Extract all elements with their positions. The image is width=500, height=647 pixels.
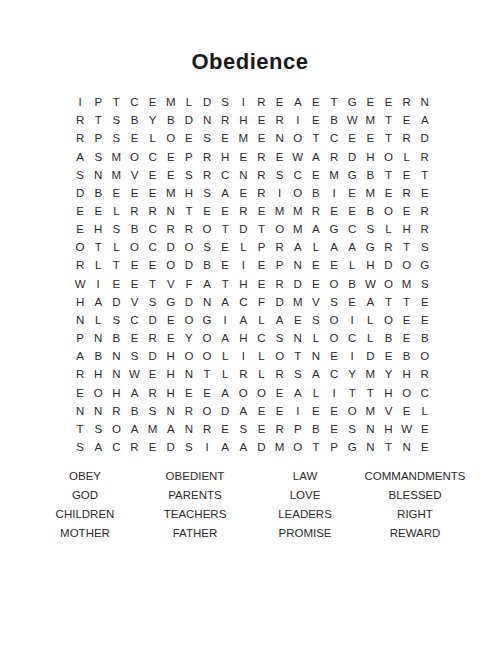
grid-cell-r18c11: E [252,402,270,420]
grid-cell-r7c4: R [125,202,143,220]
grid-cell-r20c13: O [289,438,307,456]
grid-cell-r6c13: O [289,184,307,202]
grid-cell-r7c3: L [107,202,125,220]
grid-cell-r19c4: A [125,420,143,438]
grid-cell-r9c20: S [416,238,434,256]
grid-cell-r15c6: H [162,347,180,365]
grid-cell-r6c12: I [271,184,289,202]
grid-cell-r20c18: T [379,438,397,456]
grid-cell-r7c10: R [234,202,252,220]
grid-cell-r11c5: T [144,275,162,293]
grid-cell-r17c6: H [162,384,180,402]
grid-cell-r1c9: S [216,93,234,111]
grid-cell-r8c8: O [198,220,216,238]
grid-cell-r12c15: S [325,293,343,311]
grid-cell-r6c17: M [361,184,379,202]
grid-cell-r3c4: E [125,129,143,147]
grid-cell-r15c3: N [107,347,125,365]
grid-cell-r3c3: S [107,129,125,147]
grid-cell-r18c12: E [271,402,289,420]
grid-cell-r13c10: A [234,311,252,329]
grid-cell-r11c17: W [361,275,379,293]
word-list-item-leaders: LEADERS [250,504,360,523]
grid-cell-r9c18: R [379,238,397,256]
grid-cell-r4c17: H [361,147,379,165]
grid-cell-r1c1: I [71,93,89,111]
grid-cell-r14c17: L [361,329,379,347]
grid-cell-r7c7: T [180,202,198,220]
grid-cell-r3c17: E [361,129,379,147]
grid-cell-r17c13: A [289,384,307,402]
grid-cell-r14c14: L [307,329,325,347]
grid-cell-r5c18: T [379,166,397,184]
grid-cell-r1c7: L [180,93,198,111]
grid-cell-r10c19: O [398,256,416,274]
grid-cell-r16c12: R [271,365,289,383]
grid-cell-r4c10: E [234,147,252,165]
grid-cell-r4c3: M [107,147,125,165]
grid-cell-r14c16: C [343,329,361,347]
grid-cell-r1c16: G [343,93,361,111]
grid-cell-r8c6: R [162,220,180,238]
grid-cell-r8c15: G [325,220,343,238]
grid-cell-r4c14: A [307,147,325,165]
grid-cell-r12c10: C [234,293,252,311]
grid-cell-r16c18: Y [379,365,397,383]
grid-cell-r18c4: B [125,402,143,420]
grid-cell-r1c8: D [198,93,216,111]
grid-cell-r8c20: R [416,220,434,238]
grid-cell-r12c1: H [71,293,89,311]
grid-cell-r8c3: S [107,220,125,238]
grid-cell-r17c8: E [198,384,216,402]
grid-cell-r7c5: R [144,202,162,220]
grid-cell-r14c8: O [198,329,216,347]
word-list-item-reward: REWARD [360,524,470,543]
grid-cell-r15c8: O [198,347,216,365]
grid-cell-r4c4: O [125,147,143,165]
grid-cell-r19c15: E [325,420,343,438]
grid-cell-r10c12: P [271,256,289,274]
grid-cell-r10c13: N [289,256,307,274]
grid-cell-r12c11: F [252,293,270,311]
grid-cell-r6c5: E [144,184,162,202]
grid-cell-r5c9: C [216,166,234,184]
grid-cell-r10c2: L [89,256,107,274]
grid-cell-r6c8: S [198,184,216,202]
grid-cell-r17c19: O [398,384,416,402]
grid-cell-r8c9: T [216,220,234,238]
grid-cell-r3c14: T [307,129,325,147]
grid-cell-r12c19: T [398,293,416,311]
word-list-item-law: LAW [250,466,360,485]
grid-cell-r2c19: E [398,111,416,129]
grid-cell-r19c8: R [198,420,216,438]
grid-cell-r11c20: S [416,275,434,293]
grid-cell-r11c12: R [271,275,289,293]
grid-cell-r5c11: R [252,166,270,184]
grid-cell-r2c6: B [162,111,180,129]
grid-cell-r3c19: R [398,129,416,147]
grid-cell-r17c12: E [271,384,289,402]
grid-cell-r10c8: B [198,256,216,274]
grid-cell-r10c4: E [125,256,143,274]
grid-cell-r1c13: A [289,93,307,111]
grid-cell-r10c6: O [162,256,180,274]
grid-cell-r3c10: M [234,129,252,147]
grid-cell-r2c15: B [325,111,343,129]
word-list-item-children: CHILDREN [30,504,140,523]
grid-cell-r11c4: E [125,275,143,293]
grid-cell-r15c19: B [398,347,416,365]
grid-cell-r8c1: E [71,220,89,238]
grid-cell-r2c11: E [252,111,270,129]
grid-cell-r6c19: R [398,184,416,202]
grid-cell-r7c12: M [271,202,289,220]
grid-cell-r7c11: E [252,202,270,220]
grid-cell-r2c16: W [343,111,361,129]
grid-cell-r5c8: R [198,166,216,184]
grid-cell-r5c13: C [289,166,307,184]
word-list-item-obey: OBEY [30,466,140,485]
grid-cell-r2c13: I [289,111,307,129]
grid-cell-r14c2: N [89,329,107,347]
word-list-item-commandments: COMMANDMENTS [360,466,470,485]
grid-cell-r2c10: H [234,111,252,129]
grid-cell-r2c17: M [361,111,379,129]
grid-cell-r8c5: C [144,220,162,238]
grid-cell-r10c20: G [416,256,434,274]
grid-cell-r6c18: E [379,184,397,202]
grid-cell-r12c14: V [307,293,325,311]
grid-cell-r15c17: D [361,347,379,365]
grid-cell-r5c4: V [125,166,143,184]
grid-cell-r15c11: L [252,347,270,365]
grid-cell-r20c17: N [361,438,379,456]
grid-cell-r18c2: N [89,402,107,420]
grid-cell-r17c20: C [416,384,434,402]
grid-cell-r12c18: T [379,293,397,311]
grid-cell-r10c14: E [307,256,325,274]
grid-cell-r1c20: N [416,93,434,111]
grid-cell-r13c19: E [398,311,416,329]
grid-cell-r9c17: G [361,238,379,256]
grid-cell-r11c13: D [289,275,307,293]
grid-cell-r8c17: S [361,220,379,238]
grid-cell-r10c10: I [234,256,252,274]
grid-cell-r16c7: N [180,365,198,383]
grid-cell-r17c16: T [343,384,361,402]
grid-cell-r19c19: W [398,420,416,438]
grid-cell-r15c12: O [271,347,289,365]
grid-cell-r6c20: E [416,184,434,202]
grid-cell-r12c13: M [289,293,307,311]
grid-cell-r10c3: T [107,256,125,274]
grid-cell-r6c9: A [216,184,234,202]
grid-cell-r16c8: T [198,365,216,383]
grid-cell-r12c17: A [361,293,379,311]
grid-cell-r13c12: A [271,311,289,329]
grid-cell-r13c14: S [307,311,325,329]
grid-cell-r7c1: E [71,202,89,220]
grid-cell-r15c1: A [71,347,89,365]
grid-cell-r10c18: D [379,256,397,274]
grid-cell-r17c5: R [144,384,162,402]
word-list-item-promise: PROMISE [250,524,360,543]
grid-cell-r15c5: D [144,347,162,365]
grid-cell-r8c19: H [398,220,416,238]
grid-cell-r9c14: L [307,238,325,256]
grid-cell-r4c20: R [416,147,434,165]
grid-cell-r20c9: A [216,438,234,456]
grid-cell-r5c19: E [398,166,416,184]
grid-cell-r14c4: E [125,329,143,347]
grid-cell-r4c19: L [398,147,416,165]
grid-cell-r14c15: O [325,329,343,347]
grid-cell-r2c14: E [307,111,325,129]
grid-cell-r12c5: S [144,293,162,311]
grid-cell-r18c3: R [107,402,125,420]
grid-cell-r4c5: C [144,147,162,165]
grid-cell-r4c18: O [379,147,397,165]
grid-cell-r13c20: E [416,311,434,329]
grid-cell-r9c4: O [125,238,143,256]
grid-cell-r14c11: C [252,329,270,347]
grid-cell-r5c3: M [107,166,125,184]
grid-cell-r19c5: M [144,420,162,438]
grid-cell-r5c17: B [361,166,379,184]
grid-cell-r15c15: E [325,347,343,365]
grid-cell-r18c19: E [398,402,416,420]
grid-cell-r10c9: E [216,256,234,274]
word-list-item-obedient: OBEDIENT [140,466,250,485]
grid-cell-r6c1: D [71,184,89,202]
grid-cell-r3c13: O [289,129,307,147]
grid-cell-r12c12: D [271,293,289,311]
grid-cell-r11c3: E [107,275,125,293]
grid-cell-r14c9: A [216,329,234,347]
word-list: OBEYOBEDIENTLAWCOMMANDMENTSGODPARENTSLOV… [30,466,470,543]
grid-cell-r16c14: A [307,365,325,383]
grid-cell-r12c3: D [107,293,125,311]
grid-cell-r3c6: O [162,129,180,147]
grid-cell-r5c12: S [271,166,289,184]
grid-cell-r5c6: E [162,166,180,184]
grid-cell-r4c16: D [343,147,361,165]
grid-cell-r7c20: R [416,202,434,220]
grid-cell-r8c12: O [271,220,289,238]
grid-cell-r2c20: A [416,111,434,129]
grid-cell-r17c10: O [234,384,252,402]
grid-cell-r16c5: E [144,365,162,383]
grid-cell-r15c9: L [216,347,234,365]
grid-cell-r3c5: L [144,129,162,147]
grid-cell-r4c8: R [198,147,216,165]
grid-cell-r20c2: A [89,438,107,456]
grid-cell-r13c5: D [144,311,162,329]
grid-cell-r16c13: S [289,365,307,383]
grid-cell-r20c1: S [71,438,89,456]
grid-cell-r3c11: E [252,129,270,147]
grid-cell-r11c10: H [234,275,252,293]
grid-cell-r11c6: V [162,275,180,293]
grid-cell-r20c14: T [307,438,325,456]
grid-cell-r13c17: L [361,311,379,329]
grid-cell-r18c14: E [307,402,325,420]
puzzle-title: Obedience [0,49,500,75]
grid-cell-r12c20: E [416,293,434,311]
grid-cell-r4c2: S [89,147,107,165]
grid-cell-r18c16: O [343,402,361,420]
grid-cell-r20c20: E [416,438,434,456]
grid-cell-r19c7: N [180,420,198,438]
grid-cell-r13c1: N [71,311,89,329]
grid-cell-r11c19: M [398,275,416,293]
grid-cell-r1c12: E [271,93,289,111]
grid-cell-r6c10: E [234,184,252,202]
grid-cell-r18c7: R [180,402,198,420]
grid-cell-r6c3: E [107,184,125,202]
grid-cell-r19c1: T [71,420,89,438]
grid-cell-r18c13: I [289,402,307,420]
grid-cell-r19c12: R [271,420,289,438]
grid-cell-r1c18: E [379,93,397,111]
grid-cell-r18c15: E [325,402,343,420]
grid-cell-r10c11: E [252,256,270,274]
grid-cell-r12c2: A [89,293,107,311]
grid-cell-r3c15: C [325,129,343,147]
grid-cell-r13c16: I [343,311,361,329]
grid-cell-r19c18: H [379,420,397,438]
grid-cell-r13c3: S [107,311,125,329]
grid-cell-r17c2: O [89,384,107,402]
grid-cell-r5c15: M [325,166,343,184]
grid-cell-r19c6: A [162,420,180,438]
grid-cell-r5c2: N [89,166,107,184]
grid-cell-r4c6: E [162,147,180,165]
grid-cell-r13c7: O [180,311,198,329]
word-list-item-teachers: TEACHERS [140,504,250,523]
grid-cell-r1c19: R [398,93,416,111]
grid-cell-r5c14: E [307,166,325,184]
grid-cell-r3c20: D [416,129,434,147]
grid-cell-r16c17: M [361,365,379,383]
grid-cell-r12c16: E [343,293,361,311]
word-list-item-right: RIGHT [360,504,470,523]
grid-cell-r1c14: E [307,93,325,111]
grid-cell-r17c14: L [307,384,325,402]
grid-cell-r20c12: M [271,438,289,456]
grid-cell-r13c2: L [89,311,107,329]
grid-cell-r1c3: T [107,93,125,111]
grid-cell-r7c8: E [198,202,216,220]
grid-cell-r3c16: E [343,129,361,147]
grid-cell-r12c4: V [125,293,143,311]
grid-cell-r9c7: O [180,238,198,256]
grid-cell-r6c4: E [125,184,143,202]
grid-cell-r17c15: I [325,384,343,402]
grid-cell-r13c15: O [325,311,343,329]
grid-cell-r2c4: B [125,111,143,129]
grid-cell-r20c11: D [252,438,270,456]
word-list-item-love: LOVE [250,485,360,504]
grid-cell-r12c7: D [180,293,198,311]
grid-cell-r19c13: P [289,420,307,438]
grid-cell-r17c1: E [71,384,89,402]
grid-cell-r14c18: B [379,329,397,347]
grid-cell-r7c13: M [289,202,307,220]
grid-cell-r11c11: E [252,275,270,293]
grid-cell-r17c7: E [180,384,198,402]
grid-cell-r4c12: E [271,147,289,165]
grid-cell-r9c5: C [144,238,162,256]
grid-cell-r18c10: A [234,402,252,420]
grid-cell-r13c6: E [162,311,180,329]
grid-cell-r20c10: A [234,438,252,456]
grid-cell-r7c15: E [325,202,343,220]
grid-cell-r13c4: C [125,311,143,329]
grid-cell-r20c15: P [325,438,343,456]
grid-cell-r7c2: E [89,202,107,220]
grid-cell-r5c7: S [180,166,198,184]
grid-cell-r14c3: B [107,329,125,347]
grid-cell-r18c5: S [144,402,162,420]
grid-cell-r14c12: S [271,329,289,347]
grid-cell-r3c12: N [271,129,289,147]
word-list-item-blessed: BLESSED [360,485,470,504]
grid-cell-r3c2: P [89,129,107,147]
grid-cell-r10c16: L [343,256,361,274]
word-list-item-god: GOD [30,485,140,504]
grid-cell-r20c6: D [162,438,180,456]
grid-cell-r2c9: R [216,111,234,129]
grid-cell-r8c16: C [343,220,361,238]
grid-cell-r8c10: D [234,220,252,238]
grid-cell-r8c2: H [89,220,107,238]
grid-cell-r16c9: L [216,365,234,383]
grid-cell-r7c18: O [379,202,397,220]
grid-cell-r9c11: P [252,238,270,256]
grid-cell-r16c15: C [325,365,343,383]
grid-cell-r13c13: E [289,311,307,329]
grid-cell-r12c9: A [216,293,234,311]
word-list-item-mother: MOTHER [30,524,140,543]
grid-cell-r19c2: S [89,420,107,438]
grid-cell-r15c16: I [343,347,361,365]
grid-cell-r8c18: L [379,220,397,238]
grid-cell-r20c5: E [144,438,162,456]
grid-cell-r9c10: L [234,238,252,256]
grid-cell-r3c7: E [180,129,198,147]
grid-cell-r14c20: B [416,329,434,347]
grid-cell-r18c18: V [379,402,397,420]
grid-cell-r6c2: B [89,184,107,202]
grid-cell-r2c7: D [180,111,198,129]
grid-cell-r16c3: N [107,365,125,383]
grid-cell-r14c10: H [234,329,252,347]
grid-cell-r10c15: E [325,256,343,274]
grid-cell-r9c19: T [398,238,416,256]
grid-cell-r4c11: R [252,147,270,165]
grid-cell-r15c7: O [180,347,198,365]
grid-cell-r14c7: Y [180,329,198,347]
grid-cell-r19c16: S [343,420,361,438]
grid-cell-r9c6: D [162,238,180,256]
grid-cell-r15c10: I [234,347,252,365]
grid-cell-r12c8: N [198,293,216,311]
grid-cell-r9c12: R [271,238,289,256]
grid-cell-r18c20: L [416,402,434,420]
